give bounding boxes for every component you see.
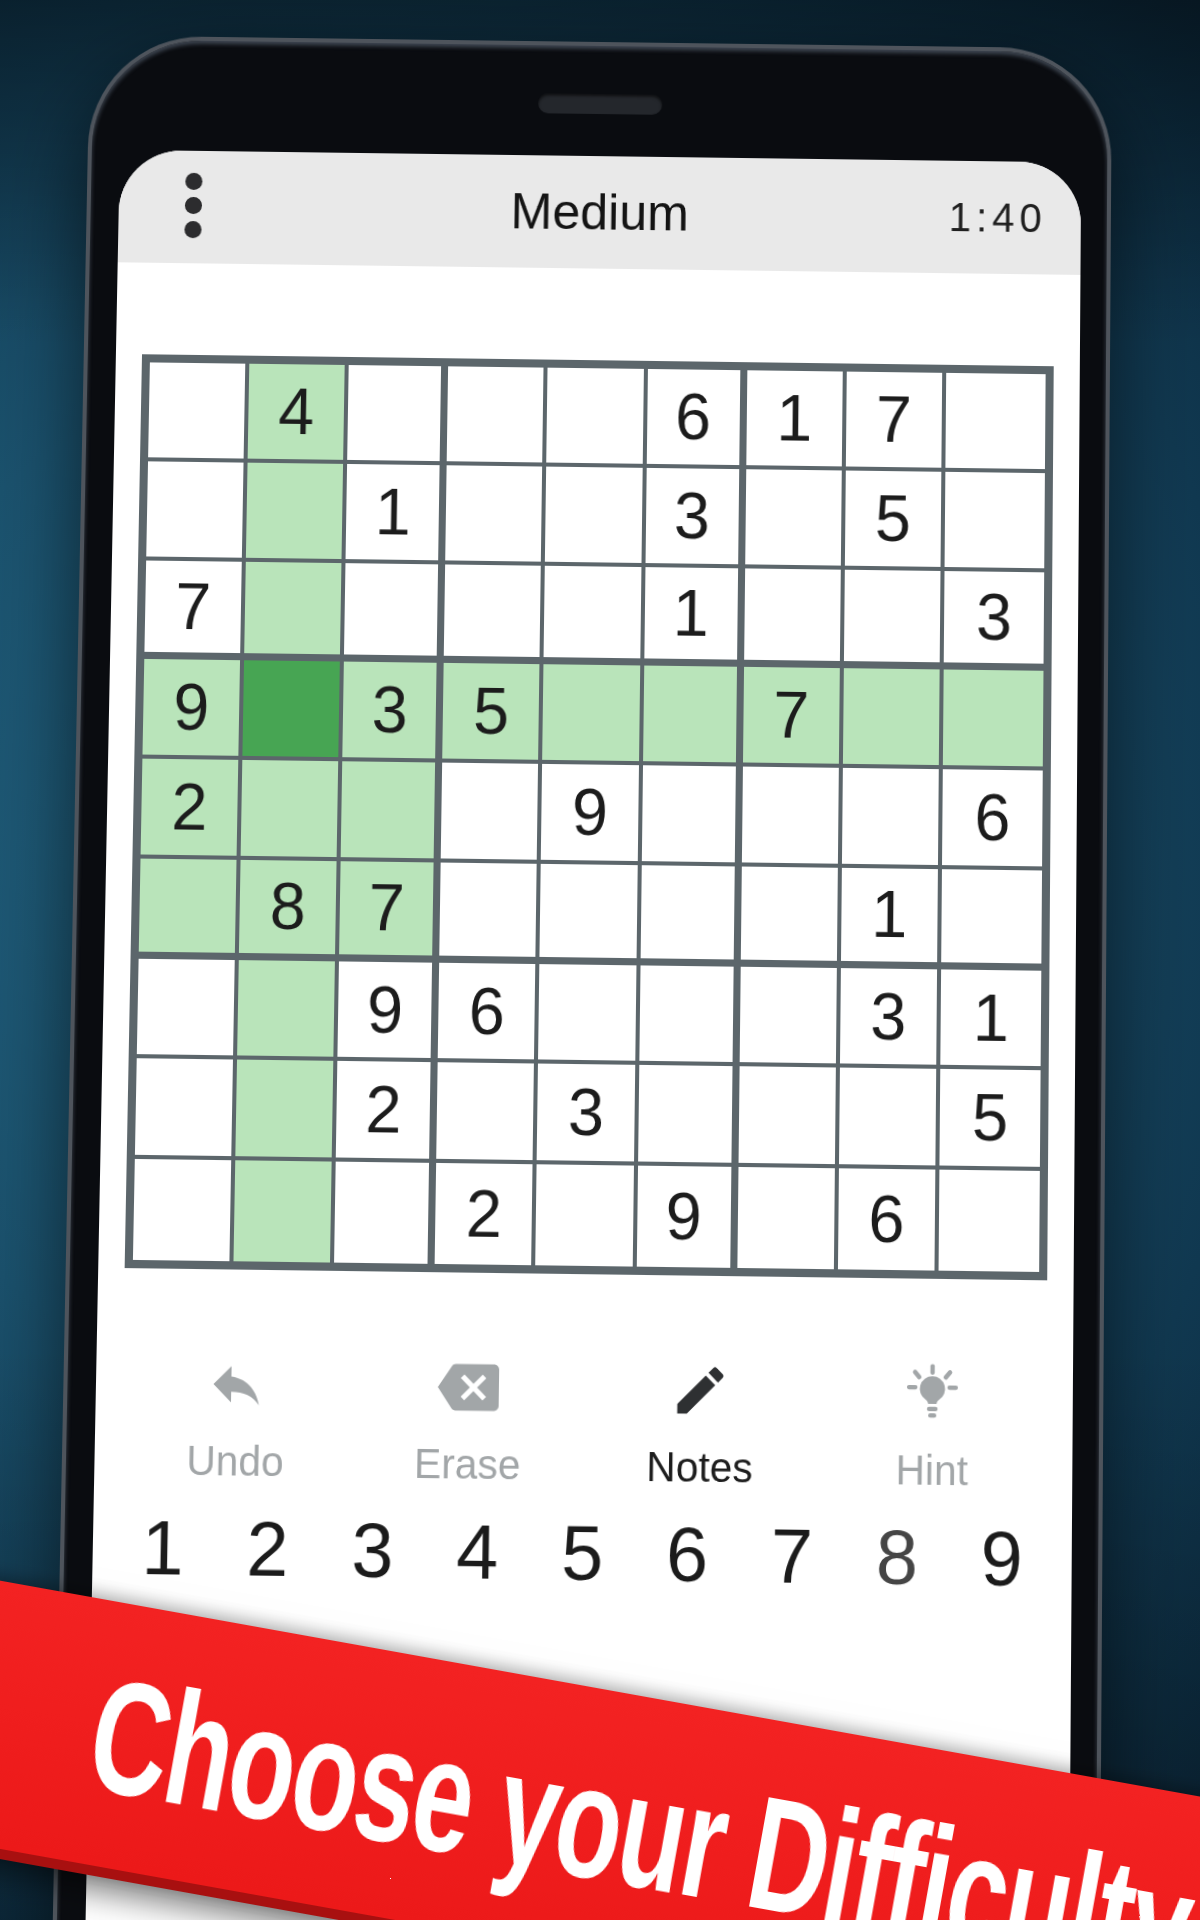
app-store-screenshot: Medium 1:40 4617135713935729687196312352… xyxy=(0,0,1200,1920)
cell-r5c8[interactable] xyxy=(842,768,943,869)
cell-r3c3[interactable] xyxy=(344,563,445,664)
numpad-8[interactable]: 8 xyxy=(875,1519,918,1597)
erase-label: Erase xyxy=(414,1441,521,1489)
numpad-2[interactable]: 2 xyxy=(246,1511,289,1588)
cell-r6c8[interactable]: 1 xyxy=(841,868,942,969)
cell-r2c2[interactable] xyxy=(246,462,347,562)
cell-r3c9[interactable]: 3 xyxy=(944,571,1045,672)
cell-r5c1[interactable]: 2 xyxy=(141,759,243,860)
numpad-3[interactable]: 3 xyxy=(351,1512,394,1589)
cell-r7c2[interactable] xyxy=(237,960,339,1062)
cell-r1c3[interactable] xyxy=(347,365,448,465)
cell-r3c8[interactable] xyxy=(844,569,945,670)
cell-r1c2[interactable]: 4 xyxy=(248,364,349,464)
cell-r7c3[interactable]: 9 xyxy=(338,961,440,1063)
numpad-1[interactable]: 1 xyxy=(141,1510,184,1587)
top-bar: Medium 1:40 xyxy=(118,150,1082,275)
cell-r7c6[interactable] xyxy=(639,965,741,1067)
cell-r4c7[interactable]: 7 xyxy=(743,667,844,768)
cell-r8c1[interactable] xyxy=(135,1059,237,1161)
erase-button[interactable]: Erase xyxy=(351,1355,585,1490)
cell-r5c6[interactable] xyxy=(641,765,742,866)
cell-r9c5[interactable] xyxy=(536,1165,638,1267)
toolbar: Undo Erase Notes xyxy=(119,1352,1049,1496)
cell-r9c8[interactable]: 6 xyxy=(838,1169,940,1271)
cell-r5c7[interactable] xyxy=(741,767,842,868)
cell-r4c5[interactable] xyxy=(543,665,644,766)
cell-r2c8[interactable]: 5 xyxy=(845,470,946,570)
cell-r5c4[interactable] xyxy=(441,763,543,864)
cell-r8c5[interactable]: 3 xyxy=(537,1064,639,1166)
cell-r9c1[interactable] xyxy=(133,1159,235,1261)
cell-r5c2[interactable] xyxy=(241,760,343,861)
hint-button[interactable]: Hint xyxy=(815,1361,1048,1496)
cell-r2c3[interactable]: 1 xyxy=(346,464,447,564)
cell-r2c6[interactable]: 3 xyxy=(645,468,746,568)
cell-r8c7[interactable] xyxy=(738,1067,840,1169)
cell-r1c5[interactable] xyxy=(547,368,648,468)
numpad-5[interactable]: 5 xyxy=(561,1515,604,1592)
cell-r4c2[interactable] xyxy=(242,661,344,762)
cell-r2c9[interactable] xyxy=(944,472,1045,572)
cell-r4c1[interactable]: 9 xyxy=(142,659,244,760)
cell-r6c6[interactable] xyxy=(640,865,741,966)
cell-r7c1[interactable] xyxy=(137,958,239,1060)
cell-r7c5[interactable] xyxy=(538,964,640,1066)
notes-icon xyxy=(669,1359,731,1422)
game-timer: 1:40 xyxy=(948,161,1047,275)
cell-r8c4[interactable] xyxy=(436,1063,538,1165)
cell-r6c4[interactable] xyxy=(439,862,541,963)
cell-r9c3[interactable] xyxy=(334,1162,436,1264)
hint-label: Hint xyxy=(895,1447,968,1495)
cell-r2c1[interactable] xyxy=(146,461,248,561)
notes-label: Notes xyxy=(646,1444,753,1492)
cell-r3c5[interactable] xyxy=(544,565,645,666)
cell-r6c7[interactable] xyxy=(740,866,841,967)
cell-r4c9[interactable] xyxy=(943,670,1044,771)
cell-r4c8[interactable] xyxy=(843,668,944,769)
number-pad: 1 2 3 4 5 6 7 8 9 xyxy=(92,1509,1072,1599)
numpad-7[interactable]: 7 xyxy=(771,1518,814,1596)
cell-r9c7[interactable] xyxy=(737,1167,839,1269)
cell-r7c8[interactable]: 3 xyxy=(840,968,941,1070)
cell-r9c9[interactable] xyxy=(938,1170,1039,1272)
cell-r8c3[interactable]: 2 xyxy=(336,1061,438,1163)
cell-r3c6[interactable]: 1 xyxy=(644,567,745,668)
speaker-grille-icon xyxy=(538,93,662,115)
cell-r1c6[interactable]: 6 xyxy=(646,369,747,469)
cell-r5c3[interactable] xyxy=(341,761,443,862)
cell-r5c5[interactable]: 9 xyxy=(541,764,642,865)
numpad-6[interactable]: 6 xyxy=(666,1517,709,1594)
cell-r9c2[interactable] xyxy=(234,1160,336,1262)
cell-r1c9[interactable] xyxy=(945,373,1045,473)
cell-r8c6[interactable] xyxy=(638,1065,740,1167)
undo-button[interactable]: Undo xyxy=(119,1352,353,1487)
undo-icon xyxy=(205,1353,267,1416)
cell-r9c6[interactable]: 9 xyxy=(636,1166,738,1268)
cell-r4c3[interactable]: 3 xyxy=(342,662,444,763)
cell-r3c2[interactable] xyxy=(244,561,346,662)
cell-r1c1[interactable] xyxy=(148,362,249,462)
cell-r6c9[interactable] xyxy=(941,869,1042,970)
cell-r8c2[interactable] xyxy=(235,1060,337,1162)
undo-label: Undo xyxy=(186,1438,284,1486)
cell-r7c7[interactable] xyxy=(739,966,840,1068)
cell-r2c5[interactable] xyxy=(545,466,646,566)
cell-r2c4[interactable] xyxy=(445,465,546,565)
cell-r1c7[interactable]: 1 xyxy=(746,370,847,470)
cell-r8c9[interactable]: 5 xyxy=(939,1069,1040,1171)
cell-r6c2[interactable]: 8 xyxy=(239,860,341,961)
hint-icon xyxy=(902,1362,964,1425)
cell-r3c7[interactable] xyxy=(744,568,845,669)
cell-r4c4[interactable]: 5 xyxy=(442,663,543,764)
cell-r7c9[interactable]: 1 xyxy=(940,969,1041,1071)
erase-icon xyxy=(437,1356,499,1419)
cell-r1c4[interactable] xyxy=(447,366,548,466)
cell-r6c3[interactable]: 7 xyxy=(339,861,441,962)
cell-r1c8[interactable]: 7 xyxy=(846,372,947,472)
cell-r8c8[interactable] xyxy=(839,1068,940,1170)
difficulty-title: Medium xyxy=(118,150,1082,275)
cell-r3c4[interactable] xyxy=(444,564,545,665)
cell-r4c6[interactable] xyxy=(643,666,744,767)
notes-button[interactable]: Notes xyxy=(583,1358,817,1493)
cell-r2c7[interactable] xyxy=(745,469,846,569)
cell-r6c1[interactable] xyxy=(139,858,241,959)
cell-r6c5[interactable] xyxy=(540,864,642,965)
numpad-4[interactable]: 4 xyxy=(456,1514,499,1591)
cell-r9c4[interactable]: 2 xyxy=(435,1163,537,1265)
cell-r5c9[interactable]: 6 xyxy=(942,769,1043,870)
cell-r3c1[interactable]: 7 xyxy=(144,560,246,661)
sudoku-grid: 461713571393572968719631235296 xyxy=(125,354,1054,1280)
cell-r7c4[interactable]: 6 xyxy=(438,962,540,1064)
numpad-9[interactable]: 9 xyxy=(980,1521,1023,1599)
